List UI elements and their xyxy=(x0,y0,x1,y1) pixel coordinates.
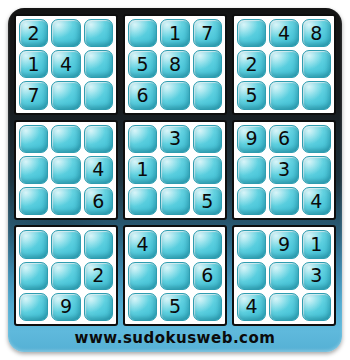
cell-r2c8[interactable] xyxy=(269,50,298,78)
cell-r4c3[interactable] xyxy=(84,125,113,153)
cell-r5c7[interactable] xyxy=(237,156,266,184)
cell-r6c2[interactable] xyxy=(51,187,80,215)
cell-r3c8[interactable] xyxy=(269,81,298,109)
cell-r7c6[interactable] xyxy=(193,230,222,258)
cell-r5c1[interactable] xyxy=(19,156,48,184)
cell-r6c9[interactable]: 4 xyxy=(302,187,331,215)
cell-r6c7[interactable] xyxy=(237,187,266,215)
box-r2c3: 9634 xyxy=(232,120,336,221)
cell-r3c6[interactable] xyxy=(193,81,222,109)
cell-r9c8[interactable] xyxy=(269,293,298,321)
cell-r6c6[interactable]: 5 xyxy=(193,187,222,215)
cell-r2c4[interactable]: 5 xyxy=(128,50,157,78)
cell-r3c7[interactable]: 5 xyxy=(237,81,266,109)
cell-r8c4[interactable] xyxy=(128,262,157,290)
cell-r5c3[interactable]: 4 xyxy=(84,156,113,184)
cell-r7c1[interactable] xyxy=(19,230,48,258)
cell-r7c8[interactable]: 9 xyxy=(269,230,298,258)
cell-r7c2[interactable] xyxy=(51,230,80,258)
box-r2c1: 46 xyxy=(14,120,118,221)
cell-r5c8[interactable]: 3 xyxy=(269,156,298,184)
cell-r2c5[interactable]: 8 xyxy=(160,50,189,78)
cell-r9c5[interactable]: 5 xyxy=(160,293,189,321)
cell-r9c1[interactable] xyxy=(19,293,48,321)
cell-r2c7[interactable]: 2 xyxy=(237,50,266,78)
cell-r7c5[interactable] xyxy=(160,230,189,258)
cell-r5c5[interactable] xyxy=(160,156,189,184)
cell-r4c7[interactable]: 9 xyxy=(237,125,266,153)
box-r2c2: 315 xyxy=(123,120,227,221)
sudoku-app: 2147175864825463159634294659134 www.sudo… xyxy=(0,0,350,360)
cell-r2c3[interactable] xyxy=(84,50,113,78)
cell-r7c3[interactable] xyxy=(84,230,113,258)
cell-r4c5[interactable]: 3 xyxy=(160,125,189,153)
cell-r8c2[interactable] xyxy=(51,262,80,290)
cell-r2c6[interactable] xyxy=(193,50,222,78)
cell-r4c4[interactable] xyxy=(128,125,157,153)
cell-r8c8[interactable] xyxy=(269,262,298,290)
cell-r6c5[interactable] xyxy=(160,187,189,215)
cell-r8c7[interactable] xyxy=(237,262,266,290)
cell-r1c3[interactable] xyxy=(84,19,113,47)
cell-r3c2[interactable] xyxy=(51,81,80,109)
cell-r3c3[interactable] xyxy=(84,81,113,109)
cell-r8c6[interactable]: 6 xyxy=(193,262,222,290)
cell-r6c4[interactable] xyxy=(128,187,157,215)
cell-r1c4[interactable] xyxy=(128,19,157,47)
cell-r6c1[interactable] xyxy=(19,187,48,215)
cell-r8c1[interactable] xyxy=(19,262,48,290)
cell-r2c2[interactable]: 4 xyxy=(51,50,80,78)
cell-r6c3[interactable]: 6 xyxy=(84,187,113,215)
cell-r4c8[interactable]: 6 xyxy=(269,125,298,153)
cell-r9c2[interactable]: 9 xyxy=(51,293,80,321)
cell-r5c2[interactable] xyxy=(51,156,80,184)
box-r1c3: 4825 xyxy=(232,14,336,115)
cell-r3c9[interactable] xyxy=(302,81,331,109)
box-r3c1: 29 xyxy=(14,225,118,326)
cell-r1c7[interactable] xyxy=(237,19,266,47)
cell-r3c5[interactable] xyxy=(160,81,189,109)
cell-r5c6[interactable] xyxy=(193,156,222,184)
cell-r1c8[interactable]: 4 xyxy=(269,19,298,47)
cell-r7c4[interactable]: 4 xyxy=(128,230,157,258)
cell-r8c5[interactable] xyxy=(160,262,189,290)
cell-r4c6[interactable] xyxy=(193,125,222,153)
cell-r9c9[interactable] xyxy=(302,293,331,321)
cell-r8c3[interactable]: 2 xyxy=(84,262,113,290)
cell-r4c1[interactable] xyxy=(19,125,48,153)
cell-r4c9[interactable] xyxy=(302,125,331,153)
cell-r1c5[interactable]: 1 xyxy=(160,19,189,47)
cell-r3c4[interactable]: 6 xyxy=(128,81,157,109)
cell-r9c7[interactable]: 4 xyxy=(237,293,266,321)
cell-r1c1[interactable]: 2 xyxy=(19,19,48,47)
cell-r1c6[interactable]: 7 xyxy=(193,19,222,47)
box-r1c1: 2147 xyxy=(14,14,118,115)
box-r1c2: 17586 xyxy=(123,14,227,115)
cell-r2c1[interactable]: 1 xyxy=(19,50,48,78)
cell-r7c9[interactable]: 1 xyxy=(302,230,331,258)
cell-r7c7[interactable] xyxy=(237,230,266,258)
cell-r8c9[interactable]: 3 xyxy=(302,262,331,290)
cell-r9c6[interactable] xyxy=(193,293,222,321)
cell-r1c9[interactable]: 8 xyxy=(302,19,331,47)
cell-r5c9[interactable] xyxy=(302,156,331,184)
cell-r9c3[interactable] xyxy=(84,293,113,321)
cell-r4c2[interactable] xyxy=(51,125,80,153)
box-r3c3: 9134 xyxy=(232,225,336,326)
cell-r5c4[interactable]: 1 xyxy=(128,156,157,184)
box-r3c2: 465 xyxy=(123,225,227,326)
cell-r6c8[interactable] xyxy=(269,187,298,215)
cell-r9c4[interactable] xyxy=(128,293,157,321)
cell-r3c1[interactable]: 7 xyxy=(19,81,48,109)
cell-r2c9[interactable] xyxy=(302,50,331,78)
cell-r1c2[interactable] xyxy=(51,19,80,47)
sudoku-board: 2147175864825463159634294659134 xyxy=(14,14,336,326)
site-link[interactable]: www.sudokusweb.com xyxy=(0,329,350,347)
